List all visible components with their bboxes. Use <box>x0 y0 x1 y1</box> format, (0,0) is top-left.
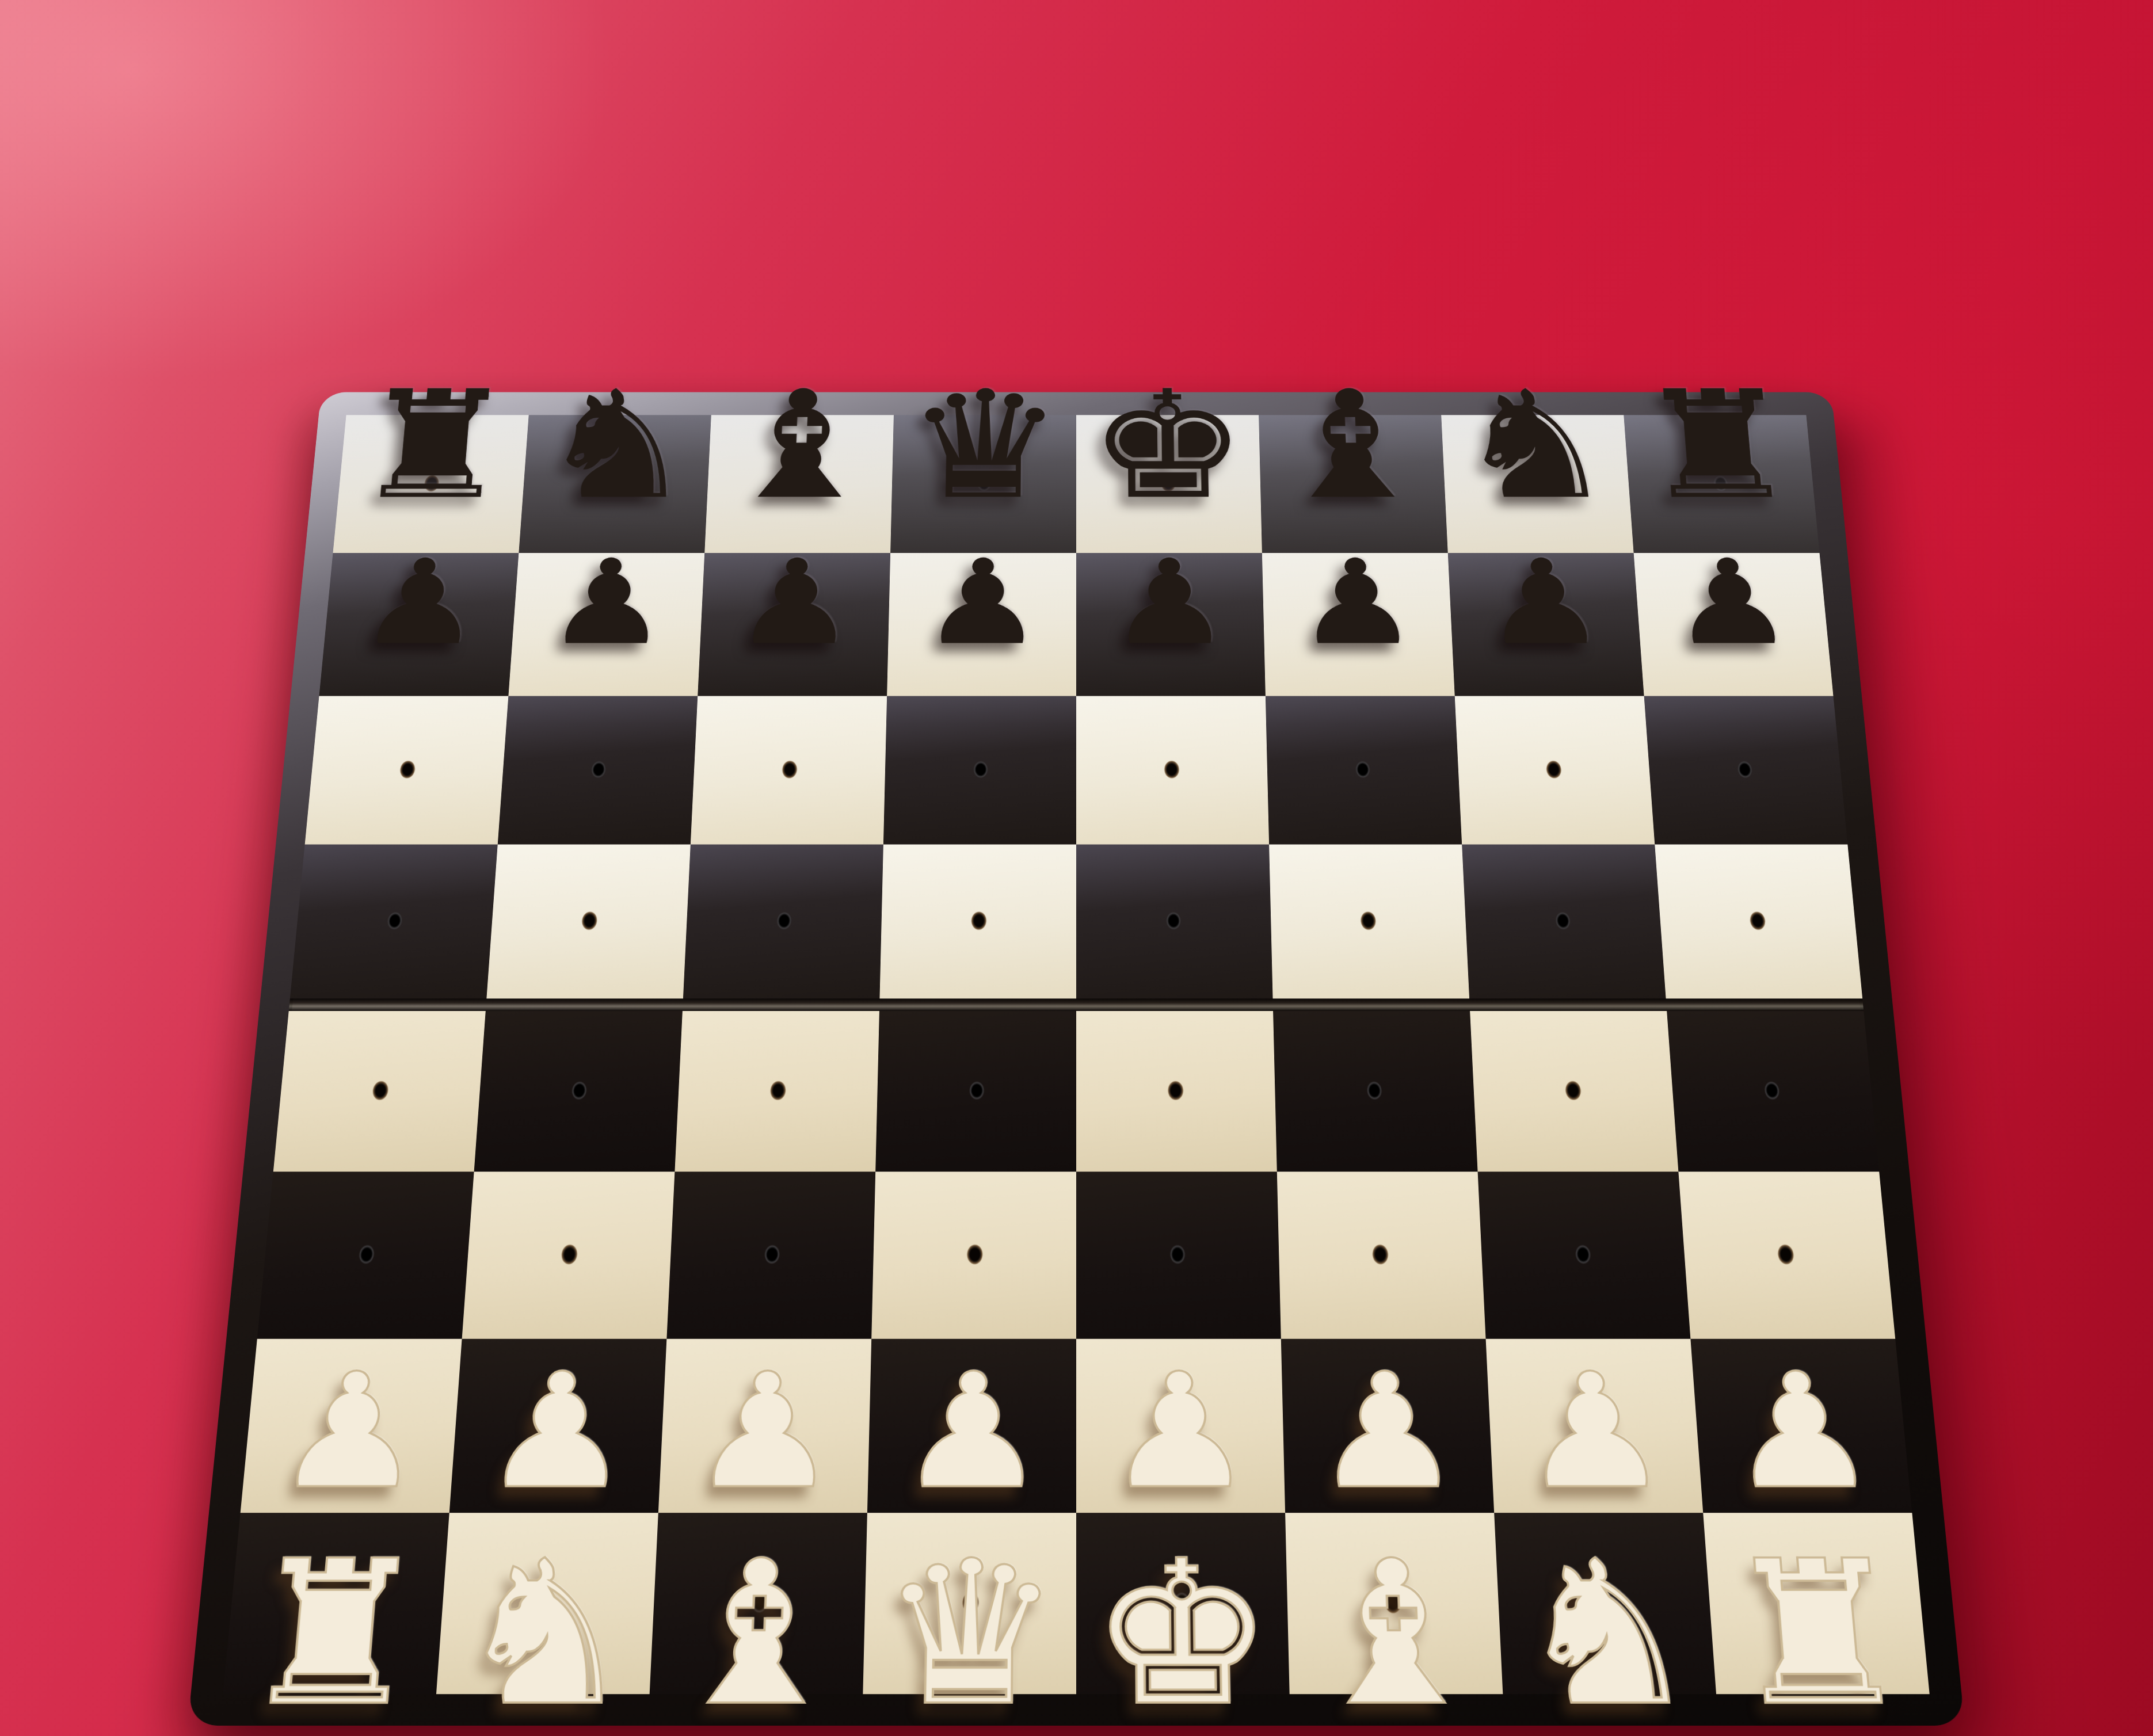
square-g2[interactable]: ♟ <box>1486 1339 1704 1513</box>
square-a7[interactable]: ♟ <box>319 553 519 696</box>
board-frame: ♜♞♝♛♚♝♞♜♟♟♟♟♟♟♟♟ ♟♟♟♟♟♟♟♟♜♞♝♛♚♝♞♜ <box>188 392 1965 1726</box>
piece-black-rook[interactable]: ♜ <box>1621 377 1816 514</box>
square-a2[interactable]: ♟ <box>241 1339 462 1513</box>
square-f4[interactable] <box>1273 1011 1478 1172</box>
piece-black-bishop[interactable]: ♝ <box>1258 377 1446 514</box>
square-a5[interactable] <box>290 845 498 999</box>
square-e6[interactable] <box>1076 696 1269 845</box>
square-g5[interactable] <box>1462 845 1666 999</box>
piece-black-pawn[interactable]: ♟ <box>887 532 1076 674</box>
board-half-bottom: ♟♟♟♟♟♟♟♟♜♞♝♛♚♝♞♜ <box>223 1011 1929 1694</box>
square-e4[interactable] <box>1076 1011 1277 1172</box>
piece-black-pawn[interactable]: ♟ <box>1632 532 1831 674</box>
square-g4[interactable] <box>1470 1011 1678 1172</box>
square-e1[interactable]: ♚ <box>1076 1513 1290 1694</box>
piece-black-pawn[interactable]: ♟ <box>1262 532 1454 674</box>
square-h2[interactable]: ♟ <box>1690 1339 1912 1513</box>
piece-white-pawn[interactable]: ♟ <box>449 1345 666 1520</box>
square-h4[interactable] <box>1667 1011 1879 1172</box>
square-e7[interactable]: ♟ <box>1076 553 1266 696</box>
piece-white-queen[interactable]: ♛ <box>862 1543 1076 1726</box>
square-c6[interactable] <box>691 696 887 845</box>
piece-white-knight[interactable]: ♞ <box>1496 1543 1718 1726</box>
piece-white-pawn[interactable]: ♟ <box>1486 1345 1704 1520</box>
piece-white-bishop[interactable]: ♝ <box>1286 1543 1504 1726</box>
square-g7[interactable]: ♟ <box>1448 553 1644 696</box>
piece-black-pawn[interactable]: ♟ <box>321 532 520 674</box>
square-c2[interactable]: ♟ <box>658 1339 871 1513</box>
square-d2[interactable]: ♟ <box>867 1339 1076 1513</box>
piece-black-pawn[interactable]: ♟ <box>699 532 891 674</box>
piece-white-pawn[interactable]: ♟ <box>867 1345 1076 1520</box>
square-b3[interactable] <box>462 1172 675 1339</box>
square-b7[interactable]: ♟ <box>508 553 704 696</box>
square-f7[interactable]: ♟ <box>1262 553 1455 696</box>
piece-white-bishop[interactable]: ♝ <box>648 1543 867 1726</box>
square-d6[interactable] <box>883 696 1076 845</box>
piece-white-king[interactable]: ♚ <box>1076 1543 1290 1726</box>
square-d5[interactable] <box>879 845 1076 999</box>
square-a6[interactable] <box>305 696 509 845</box>
board-hinge-seam <box>289 998 1864 1011</box>
square-b6[interactable] <box>498 696 698 845</box>
chess-board: ♜♞♝♛♚♝♞♜♟♟♟♟♟♟♟♟ ♟♟♟♟♟♟♟♟♜♞♝♛♚♝♞♜ <box>188 392 1965 1726</box>
square-h6[interactable] <box>1644 696 1848 845</box>
piece-black-rook[interactable]: ♜ <box>337 377 531 514</box>
piece-white-pawn[interactable]: ♟ <box>1281 1345 1495 1520</box>
piece-black-pawn[interactable]: ♟ <box>1447 532 1643 674</box>
piece-black-pawn[interactable]: ♟ <box>510 532 706 674</box>
piece-white-knight[interactable]: ♞ <box>434 1543 657 1726</box>
square-b2[interactable]: ♟ <box>449 1339 667 1513</box>
square-a3[interactable] <box>257 1172 474 1339</box>
piece-black-knight[interactable]: ♞ <box>1439 377 1631 514</box>
square-b4[interactable] <box>474 1011 683 1172</box>
square-b1[interactable]: ♞ <box>436 1513 658 1694</box>
square-d7[interactable]: ♟ <box>887 553 1076 696</box>
square-h1[interactable]: ♜ <box>1703 1513 1929 1694</box>
square-c3[interactable] <box>666 1172 875 1339</box>
square-d4[interactable] <box>875 1011 1076 1172</box>
piece-black-knight[interactable]: ♞ <box>521 377 713 514</box>
square-f1[interactable]: ♝ <box>1285 1513 1503 1694</box>
piece-white-pawn[interactable]: ♟ <box>1076 1345 1285 1520</box>
square-c1[interactable]: ♝ <box>650 1513 867 1694</box>
square-c7[interactable]: ♟ <box>698 553 890 696</box>
square-g3[interactable] <box>1478 1172 1691 1339</box>
piece-black-bishop[interactable]: ♝ <box>707 377 895 514</box>
piece-black-pawn[interactable]: ♟ <box>1076 532 1265 674</box>
square-a1[interactable]: ♜ <box>223 1513 449 1694</box>
square-d1[interactable]: ♛ <box>863 1513 1076 1694</box>
photo-scene: { "game": "chess", "scene": { "descripti… <box>0 0 2153 1736</box>
square-b5[interactable] <box>486 845 690 999</box>
square-a4[interactable] <box>273 1011 486 1172</box>
board-half-top: ♜♞♝♛♚♝♞♜♟♟♟♟♟♟♟♟ <box>290 415 1862 998</box>
square-c5[interactable] <box>683 845 883 999</box>
square-f2[interactable]: ♟ <box>1281 1339 1494 1513</box>
square-e3[interactable] <box>1076 1172 1281 1339</box>
square-g1[interactable]: ♞ <box>1494 1513 1716 1694</box>
square-f3[interactable] <box>1277 1172 1486 1339</box>
piece-white-pawn[interactable]: ♟ <box>240 1345 462 1520</box>
square-f6[interactable] <box>1266 696 1462 845</box>
piece-black-king[interactable]: ♚ <box>1076 377 1261 514</box>
square-f5[interactable] <box>1269 845 1469 999</box>
square-g6[interactable] <box>1455 696 1655 845</box>
piece-black-queen[interactable]: ♛ <box>891 377 1076 514</box>
piece-white-pawn[interactable]: ♟ <box>658 1345 871 1520</box>
square-h7[interactable]: ♟ <box>1634 553 1834 696</box>
square-c4[interactable] <box>675 1011 879 1172</box>
square-h5[interactable] <box>1655 845 1862 999</box>
board-playing-area: ♜♞♝♛♚♝♞♜♟♟♟♟♟♟♟♟ ♟♟♟♟♟♟♟♟♜♞♝♛♚♝♞♜ <box>223 415 1929 1694</box>
square-h3[interactable] <box>1678 1172 1895 1339</box>
piece-white-rook[interactable]: ♜ <box>220 1543 447 1726</box>
square-e5[interactable] <box>1076 845 1273 999</box>
square-d3[interactable] <box>871 1172 1076 1339</box>
piece-white-pawn[interactable]: ♟ <box>1691 1345 1912 1520</box>
piece-white-rook[interactable]: ♜ <box>1705 1543 1933 1726</box>
square-e2[interactable]: ♟ <box>1076 1339 1285 1513</box>
